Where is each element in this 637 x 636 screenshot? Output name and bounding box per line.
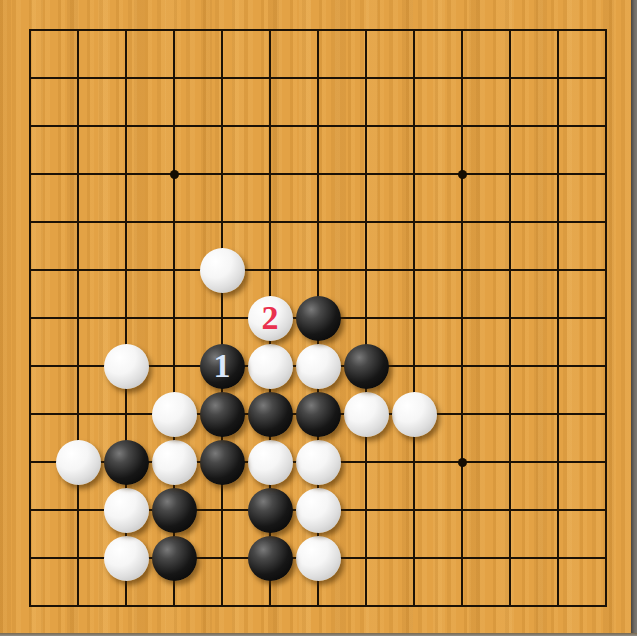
move-number-label: 2 — [262, 301, 279, 335]
stone-white — [56, 440, 101, 485]
stone-white — [152, 392, 197, 437]
stone-black — [152, 488, 197, 533]
move-number-label: 1 — [214, 349, 231, 383]
stone-white — [296, 536, 341, 581]
stone-black — [200, 440, 245, 485]
stone-black — [200, 392, 245, 437]
stone-white — [296, 488, 341, 533]
star-point — [170, 170, 179, 179]
go-board[interactable]: 12 — [0, 0, 637, 636]
stone-black — [248, 488, 293, 533]
stone-black — [152, 536, 197, 581]
stone-white — [200, 248, 245, 293]
stone-white — [248, 344, 293, 389]
stone-black — [104, 440, 149, 485]
stone-white — [392, 392, 437, 437]
stone-black — [296, 392, 341, 437]
stone-white — [104, 488, 149, 533]
star-point — [458, 458, 467, 467]
stone-black — [248, 392, 293, 437]
stone-white — [296, 440, 341, 485]
stone-white — [152, 440, 197, 485]
stone-white — [104, 344, 149, 389]
stone-black — [296, 296, 341, 341]
stone-black: 1 — [200, 344, 245, 389]
board-right-edge — [631, 0, 637, 636]
stone-white — [248, 440, 293, 485]
star-point — [458, 170, 467, 179]
stone-white: 2 — [248, 296, 293, 341]
stone-black — [248, 536, 293, 581]
stone-black — [344, 344, 389, 389]
board-cells: 12 — [6, 6, 630, 630]
stone-white — [296, 344, 341, 389]
stone-white — [344, 392, 389, 437]
stone-white — [104, 536, 149, 581]
